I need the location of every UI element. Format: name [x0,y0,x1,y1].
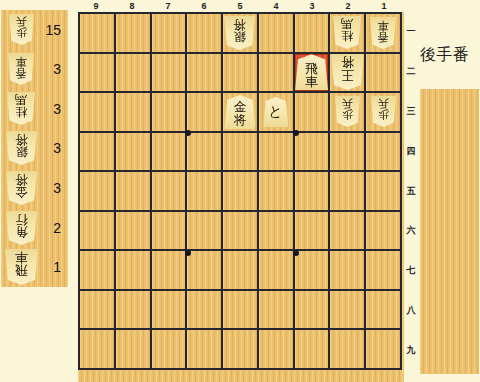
gote-hand-piece-wrap: 香車 [1,53,41,85]
gote-hand-row-pawn: 歩兵15 [1,10,68,50]
gote-knight-piece[interactable]: 桂馬 [333,16,361,49]
file-label-8: 8 [114,0,150,12]
board-square-5-四[interactable] [223,133,257,171]
piece-kanji: 将 [15,173,28,186]
gote-hand-count-rook: 1 [41,259,68,275]
board-square-5-一[interactable]: 銀将 [223,14,257,52]
gote-hand-row-bishop: 角行2 [1,208,68,248]
board-square-8-六[interactable] [116,212,150,250]
rank-label-6: 六 [404,211,418,251]
board-square-7-三[interactable] [152,93,186,131]
file-label-3: 3 [294,0,330,12]
gote-lance-piece[interactable]: 香車 [8,53,34,85]
gote-king-piece[interactable]: 王将 [331,54,364,90]
file-label-5: 5 [222,0,258,12]
piece-kanji: 馬 [341,18,353,30]
gote-pawn-piece[interactable]: 歩兵 [9,14,34,45]
board-square-1-三[interactable]: 歩兵 [366,93,400,131]
board-square-4-六[interactable] [259,212,293,250]
rank-label-7: 七 [404,251,418,291]
board-square-8-八[interactable] [116,291,150,329]
gote-hand-count-bishop: 2 [41,220,68,236]
file-label-4: 4 [258,0,294,12]
board-square-4-九[interactable] [259,330,293,368]
file-label-1: 1 [366,0,402,12]
rank-label-1: 一 [404,12,418,52]
gote-bishop-piece[interactable]: 角行 [6,211,37,245]
piece-kanji: 歩 [342,110,353,121]
board-square-2-五[interactable] [330,172,364,210]
board-square-9-八[interactable] [80,291,114,329]
board-square-5-七[interactable] [223,251,257,289]
board-square-3-二[interactable]: 飛車 [295,54,329,92]
board-square-7-二[interactable] [152,54,186,92]
board-square-8-四[interactable] [116,133,150,171]
board-square-8-五[interactable] [116,172,150,210]
board-square-3-九[interactable] [295,330,329,368]
piece-kanji: 兵 [16,16,27,27]
hoshi-dot [185,250,191,256]
board-square-3-七[interactable] [295,251,329,289]
gote-hand-piece-wrap: 角行 [1,211,41,245]
rank-label-5: 五 [404,171,418,211]
piece-kanji: 将 [15,133,28,146]
board-square-2-一[interactable]: 桂馬 [330,14,364,52]
gote-rook-piece[interactable]: 飛車 [5,249,38,285]
board-square-2-九[interactable] [330,330,364,368]
file-coordinates: 987654321 [78,0,402,12]
gote-hand-count-lance: 3 [41,61,68,77]
gote-hand-row-knight: 桂馬3 [1,89,68,129]
gote-hand-piece-wrap: 金将 [1,171,41,205]
rank-label-2: 二 [404,52,418,92]
gote-hand-row-silver: 銀将3 [1,129,68,169]
gote-hand-piece-wrap: 歩兵 [1,14,41,45]
board-square-6-三[interactable] [187,93,221,131]
board-square-7-五[interactable] [152,172,186,210]
piece-kanji: 車 [377,19,389,31]
board-square-1-五[interactable] [366,172,400,210]
board-square-5-三[interactable]: 金将 [223,93,257,131]
piece-kanji: 車 [15,55,27,67]
board-square-6-一[interactable] [187,14,221,52]
board-square-6-四[interactable] [187,133,221,171]
gote-pawn-piece[interactable]: 歩兵 [371,96,396,127]
board-square-9-二[interactable] [80,54,114,92]
board-square-8-一[interactable] [116,14,150,52]
gote-hand-count-silver: 3 [41,140,68,156]
gote-hand-count-pawn: 15 [41,22,68,38]
board-square-5-二[interactable] [223,54,257,92]
board-square-3-五[interactable] [295,172,329,210]
piece-kanji: 飛 [305,62,318,75]
board-square-6-七[interactable] [187,251,221,289]
gote-hand-count-gold: 3 [41,180,68,196]
board-square-3-八[interactable] [295,291,329,329]
sente-rook-piece[interactable]: 飛車 [295,54,328,90]
sente-captured-pieces-tray [420,89,479,374]
board-square-9-六[interactable] [80,212,114,250]
board-square-9-一[interactable] [80,14,114,52]
piece-kanji: 行 [15,213,28,226]
piece-kanji: 銀 [15,146,28,159]
board-square-9-五[interactable] [80,172,114,210]
hoshi-dot [293,250,299,256]
hoshi-dot [185,130,191,136]
gote-hand-count-knight: 3 [41,101,68,117]
rank-label-8: 八 [404,290,418,330]
board-square-1-九[interactable] [366,330,400,368]
board-square-3-一[interactable] [295,14,329,52]
turn-indicator: 後手番 [420,45,470,66]
shogi-board-panel: 銀将桂馬香車飛車王将金将と歩兵歩兵 [78,12,404,382]
board-square-1-六[interactable] [366,212,400,250]
board-square-7-四[interactable] [152,133,186,171]
board-square-9-七[interactable] [80,251,114,289]
gote-hand-row-rook: 飛車1 [1,247,68,287]
piece-kanji: 桂 [15,107,27,119]
gote-knight-piece[interactable]: 桂馬 [7,92,35,125]
gote-hand-row-lance: 香車3 [1,50,68,90]
piece-kanji: と [269,104,283,118]
piece-kanji: 兵 [342,98,353,109]
board-square-4-七[interactable] [259,251,293,289]
gote-hand-piece-wrap: 飛車 [1,249,41,285]
board-square-1-二[interactable] [366,54,400,92]
rank-coordinates: 一二三四五六七八九 [404,12,418,370]
piece-kanji: 兵 [378,98,389,109]
file-label-9: 9 [78,0,114,12]
board-square-7-一[interactable] [152,14,186,52]
board-square-4-三[interactable]: と [259,93,293,131]
piece-kanji: 将 [234,114,247,127]
board-square-4-一[interactable] [259,14,293,52]
gote-pawn-piece[interactable]: 歩兵 [335,96,360,127]
board-square-5-九[interactable] [223,330,257,368]
piece-kanji: 車 [15,251,28,264]
gote-silver-piece[interactable]: 銀将 [6,131,37,165]
gote-silver-piece[interactable]: 銀将 [224,16,255,50]
gote-hand-piece-wrap: 銀将 [1,131,41,165]
board-square-3-六[interactable] [295,212,329,250]
board-square-6-二[interactable] [187,54,221,92]
board-square-1-八[interactable] [366,291,400,329]
board-square-8-七[interactable] [116,251,150,289]
board-square-2-四[interactable] [330,133,364,171]
board-square-4-八[interactable] [259,291,293,329]
hoshi-dot [293,130,299,136]
board-square-6-八[interactable] [187,291,221,329]
piece-kanji: 将 [234,18,247,31]
board-square-6-九[interactable] [187,330,221,368]
file-label-2: 2 [330,0,366,12]
board-square-2-七[interactable] [330,251,364,289]
board-square-1-七[interactable] [366,251,400,289]
gote-hand-piece-wrap: 桂馬 [1,92,41,125]
piece-kanji: 飛 [15,264,28,277]
file-label-6: 6 [186,0,222,12]
piece-kanji: 将 [341,56,354,69]
file-label-7: 7 [150,0,186,12]
board-square-3-四[interactable] [295,133,329,171]
piece-kanji: 桂 [341,31,353,43]
piece-kanji: 馬 [15,94,27,106]
piece-kanji: 王 [341,70,354,83]
shogi-board-grid: 銀将桂馬香車飛車王将金将と歩兵歩兵 [78,12,402,370]
board-square-7-六[interactable] [152,212,186,250]
board-square-9-三[interactable] [80,93,114,131]
board-square-1-四[interactable] [366,133,400,171]
board-square-7-八[interactable] [152,291,186,329]
sente-gold-piece[interactable]: 金将 [224,95,255,129]
rank-label-4: 四 [404,131,418,171]
piece-kanji: 車 [305,75,318,88]
board-square-3-三[interactable] [295,93,329,131]
board-square-2-六[interactable] [330,212,364,250]
board-square-5-五[interactable] [223,172,257,210]
board-square-8-二[interactable] [116,54,150,92]
gote-gold-piece[interactable]: 金将 [6,171,37,205]
board-square-2-三[interactable]: 歩兵 [330,93,364,131]
board-square-8-九[interactable] [116,330,150,368]
board-square-4-四[interactable] [259,133,293,171]
board-square-4-五[interactable] [259,172,293,210]
board-square-2-二[interactable]: 王将 [330,54,364,92]
gote-lance-piece[interactable]: 香車 [370,17,396,49]
gote-hand-row-gold: 金将3 [1,168,68,208]
rank-label-3: 三 [404,92,418,132]
board-square-4-二[interactable] [259,54,293,92]
gote-captured-pieces-tray: 歩兵15香車3桂馬3銀将3金将3角行2飛車1 [1,10,68,287]
sente-tokin-piece[interactable]: と [263,97,288,127]
board-square-7-七[interactable] [152,251,186,289]
board-square-2-八[interactable] [330,291,364,329]
board-square-8-三[interactable] [116,93,150,131]
board-square-5-六[interactable] [223,212,257,250]
board-square-9-四[interactable] [80,133,114,171]
board-square-5-八[interactable] [223,291,257,329]
board-square-7-九[interactable] [152,330,186,368]
piece-kanji: 歩 [16,27,27,38]
board-square-1-一[interactable]: 香車 [366,14,400,52]
rank-label-9: 九 [404,330,418,370]
board-square-6-六[interactable] [187,212,221,250]
piece-kanji: 香 [15,67,27,79]
board-square-9-九[interactable] [80,330,114,368]
piece-kanji: 歩 [378,110,389,121]
board-square-6-五[interactable] [187,172,221,210]
